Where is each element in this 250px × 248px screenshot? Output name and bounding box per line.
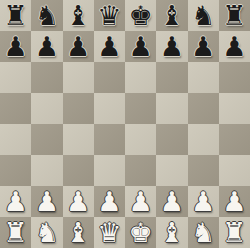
square-c4[interactable]	[63, 124, 94, 155]
piece-black-pawn[interactable]: ♟	[4, 31, 28, 62]
square-f1[interactable]: ♝	[156, 217, 187, 248]
square-c5[interactable]	[63, 93, 94, 124]
square-b8[interactable]: ♞	[31, 0, 62, 31]
square-a4[interactable]	[0, 124, 31, 155]
square-f8[interactable]: ♝	[156, 0, 187, 31]
piece-black-rook[interactable]: ♜	[4, 0, 28, 31]
square-b7[interactable]: ♟	[31, 31, 62, 62]
square-e7[interactable]: ♟	[125, 31, 156, 62]
piece-white-pawn[interactable]: ♟	[191, 186, 215, 217]
piece-black-queen[interactable]: ♛	[97, 0, 121, 31]
square-c6[interactable]	[63, 62, 94, 93]
piece-black-bishop[interactable]: ♝	[160, 0, 184, 31]
square-b2[interactable]: ♟	[31, 186, 62, 217]
square-d5[interactable]	[94, 93, 125, 124]
piece-white-pawn[interactable]: ♟	[160, 186, 184, 217]
square-b5[interactable]	[31, 93, 62, 124]
square-a3[interactable]	[0, 155, 31, 186]
square-g6[interactable]	[188, 62, 219, 93]
square-a2[interactable]: ♟	[0, 186, 31, 217]
square-e3[interactable]	[125, 155, 156, 186]
square-b3[interactable]	[31, 155, 62, 186]
piece-white-rook[interactable]: ♜	[222, 217, 246, 248]
square-h1[interactable]: ♜	[219, 217, 250, 248]
square-e1[interactable]: ♚	[125, 217, 156, 248]
square-g8[interactable]: ♞	[188, 0, 219, 31]
square-b1[interactable]: ♞	[31, 217, 62, 248]
square-g2[interactable]: ♟	[188, 186, 219, 217]
piece-black-pawn[interactable]: ♟	[191, 31, 215, 62]
square-g5[interactable]	[188, 93, 219, 124]
square-g7[interactable]: ♟	[188, 31, 219, 62]
piece-black-pawn[interactable]: ♟	[97, 31, 121, 62]
square-d1[interactable]: ♛	[94, 217, 125, 248]
piece-black-king[interactable]: ♚	[129, 0, 153, 31]
piece-white-pawn[interactable]: ♟	[129, 186, 153, 217]
square-h8[interactable]: ♜	[219, 0, 250, 31]
square-h3[interactable]	[219, 155, 250, 186]
piece-white-knight[interactable]: ♞	[35, 217, 59, 248]
piece-black-pawn[interactable]: ♟	[66, 31, 90, 62]
square-f5[interactable]	[156, 93, 187, 124]
square-e2[interactable]: ♟	[125, 186, 156, 217]
square-f3[interactable]	[156, 155, 187, 186]
square-d6[interactable]	[94, 62, 125, 93]
piece-black-knight[interactable]: ♞	[191, 0, 215, 31]
piece-white-pawn[interactable]: ♟	[35, 186, 59, 217]
square-e4[interactable]	[125, 124, 156, 155]
square-d4[interactable]	[94, 124, 125, 155]
piece-white-rook[interactable]: ♜	[4, 217, 28, 248]
square-c7[interactable]: ♟	[63, 31, 94, 62]
square-h6[interactable]	[219, 62, 250, 93]
square-f4[interactable]	[156, 124, 187, 155]
square-c3[interactable]	[63, 155, 94, 186]
piece-black-rook[interactable]: ♜	[222, 0, 246, 31]
piece-white-king[interactable]: ♚	[129, 217, 153, 248]
piece-white-pawn[interactable]: ♟	[97, 186, 121, 217]
square-a5[interactable]	[0, 93, 31, 124]
square-c1[interactable]: ♝	[63, 217, 94, 248]
piece-white-bishop[interactable]: ♝	[66, 217, 90, 248]
chess-board-container: ♜♞♝♛♚♝♞♜♟♟♟♟♟♟♟♟♟♟♟♟♟♟♟♟♜♞♝♛♚♝♞♜	[0, 0, 250, 248]
square-e6[interactable]	[125, 62, 156, 93]
piece-black-bishop[interactable]: ♝	[66, 0, 90, 31]
square-g4[interactable]	[188, 124, 219, 155]
square-a7[interactable]: ♟	[0, 31, 31, 62]
square-g1[interactable]: ♞	[188, 217, 219, 248]
square-h4[interactable]	[219, 124, 250, 155]
square-a1[interactable]: ♜	[0, 217, 31, 248]
piece-white-pawn[interactable]: ♟	[222, 186, 246, 217]
piece-black-pawn[interactable]: ♟	[35, 31, 59, 62]
piece-black-pawn[interactable]: ♟	[129, 31, 153, 62]
square-b4[interactable]	[31, 124, 62, 155]
square-b6[interactable]	[31, 62, 62, 93]
square-f2[interactable]: ♟	[156, 186, 187, 217]
square-c2[interactable]: ♟	[63, 186, 94, 217]
square-c8[interactable]: ♝	[63, 0, 94, 31]
piece-black-pawn[interactable]: ♟	[160, 31, 184, 62]
square-f6[interactable]	[156, 62, 187, 93]
piece-white-knight[interactable]: ♞	[191, 217, 215, 248]
square-e8[interactable]: ♚	[125, 0, 156, 31]
square-g3[interactable]	[188, 155, 219, 186]
square-d3[interactable]	[94, 155, 125, 186]
square-a8[interactable]: ♜	[0, 0, 31, 31]
square-d7[interactable]: ♟	[94, 31, 125, 62]
square-e5[interactable]	[125, 93, 156, 124]
piece-white-bishop[interactable]: ♝	[160, 217, 184, 248]
square-d2[interactable]: ♟	[94, 186, 125, 217]
piece-black-knight[interactable]: ♞	[35, 0, 59, 31]
square-d8[interactable]: ♛	[94, 0, 125, 31]
chess-board: ♜♞♝♛♚♝♞♜♟♟♟♟♟♟♟♟♟♟♟♟♟♟♟♟♜♞♝♛♚♝♞♜	[0, 0, 250, 248]
square-h2[interactable]: ♟	[219, 186, 250, 217]
piece-black-pawn[interactable]: ♟	[222, 31, 246, 62]
square-f7[interactable]: ♟	[156, 31, 187, 62]
square-a6[interactable]	[0, 62, 31, 93]
piece-white-pawn[interactable]: ♟	[4, 186, 28, 217]
square-h5[interactable]	[219, 93, 250, 124]
square-h7[interactable]: ♟	[219, 31, 250, 62]
piece-white-queen[interactable]: ♛	[97, 217, 121, 248]
piece-white-pawn[interactable]: ♟	[66, 186, 90, 217]
